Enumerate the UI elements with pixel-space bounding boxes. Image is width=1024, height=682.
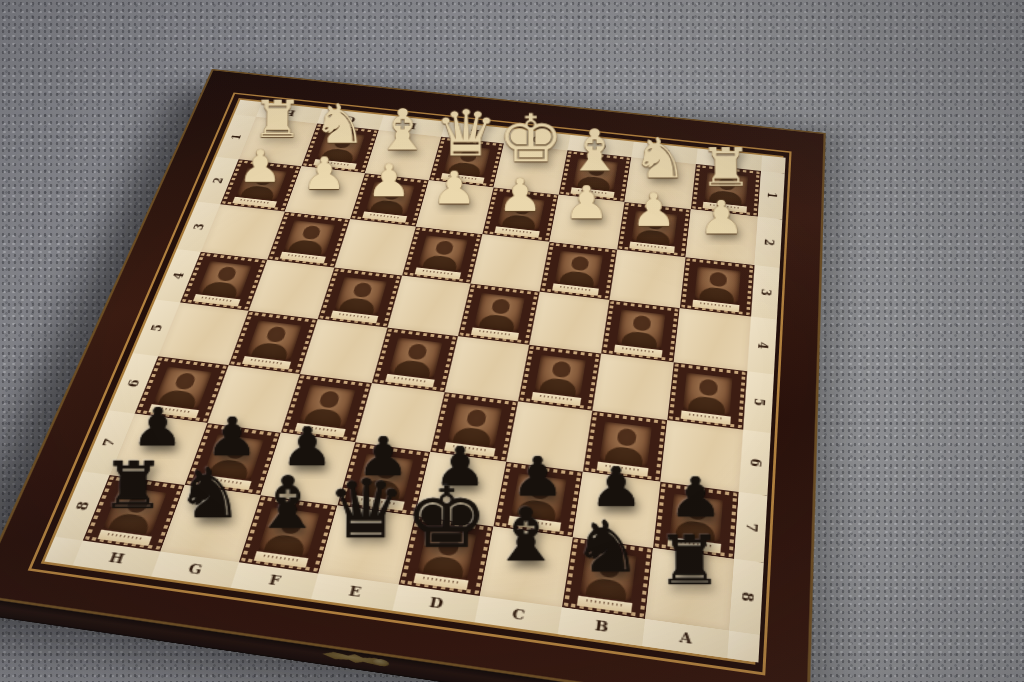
king-portrait-decoration: [497, 196, 545, 230]
near-file-label-b: B: [558, 607, 645, 646]
square-h2[interactable]: ♟: [220, 159, 301, 211]
ornate-border-decoration: [459, 285, 538, 344]
king-portrait-decoration: [197, 261, 251, 298]
square-e8[interactable]: ♛: [318, 506, 415, 585]
king-portrait-decoration: [317, 131, 365, 163]
right-rank-label-1: 1: [758, 171, 785, 219]
king-portrait-decoration: [474, 293, 525, 332]
board-grid: HGFEDCBA1♜♞♝♛♚♝♞♜12♟♟♟♟♟♟♟♟2334455667♟♟♟…: [44, 100, 781, 662]
ornate-border-decoration: [430, 138, 503, 187]
piece-black-bishop-f8[interactable]: ♝: [247, 467, 328, 539]
right-rank-label-7: 7: [734, 492, 767, 563]
ornate-border-decoration: [541, 243, 616, 299]
far-file-label-f: F: [379, 115, 446, 137]
border-corner: [727, 631, 760, 663]
left-rank-label-1: 1: [216, 114, 256, 159]
king-portrait-decoration: [617, 310, 666, 350]
king-portrait-decoration: [236, 167, 287, 200]
far-file-label-e: E: [441, 122, 507, 144]
square-b1[interactable]: ♞: [625, 157, 696, 209]
square-b2[interactable]: ♟: [617, 202, 691, 257]
piece-black-knight-g8[interactable]: ♞: [169, 459, 250, 528]
square-c1[interactable]: ♝: [559, 150, 632, 202]
frame-inner-strip: HGFEDCBA1♜♞♝♛♚♝♞♜12♟♟♟♟♟♟♟♟2334455667♟♟♟…: [31, 94, 789, 672]
piece-white-rook-h1[interactable]: ♜: [245, 94, 310, 145]
king-portrait-decoration: [694, 266, 740, 304]
square-f3[interactable]: [334, 219, 416, 276]
square-g1[interactable]: ♞: [302, 123, 379, 173]
square-g3[interactable]: [267, 212, 350, 268]
square-a3[interactable]: [680, 257, 755, 316]
near-file-label-g: G: [151, 551, 239, 587]
ornate-border-decoration: [319, 269, 401, 327]
square-e3[interactable]: [402, 227, 482, 284]
square-c8[interactable]: ♝: [480, 527, 573, 608]
king-portrait-decoration: [705, 172, 749, 205]
king-portrait-decoration: [284, 220, 336, 256]
king-portrait-decoration: [573, 158, 618, 191]
king-portrait-decoration: [366, 182, 415, 216]
piece-black-pawn-h7[interactable]: ♟: [119, 401, 197, 454]
far-file-label-c: C: [567, 135, 633, 157]
square-b5[interactable]: [592, 354, 673, 421]
king-portrait-decoration: [389, 338, 443, 379]
square-h5[interactable]: [158, 302, 248, 365]
king-portrait-decoration: [683, 373, 733, 416]
square-h1[interactable]: ♜: [239, 117, 318, 166]
piece-black-knight-b8[interactable]: ♞: [566, 512, 649, 583]
near-file-label-h: H: [73, 541, 161, 577]
right-rank-label-4: 4: [747, 317, 777, 375]
piece-black-bishop-c8[interactable]: ♝: [485, 498, 567, 571]
board-frame: HGFEDCBA1♜♞♝♛♚♝♞♜12♟♟♟♟♟♟♟♟2334455667♟♟♟…: [0, 69, 826, 682]
square-d8[interactable]: ♚: [399, 516, 494, 596]
ornate-border-decoration: [560, 151, 630, 201]
piece-black-queen-e8[interactable]: ♛: [325, 468, 406, 549]
ornate-border-decoration: [484, 188, 558, 240]
ornate-border-decoration: [681, 258, 753, 315]
square-g2[interactable]: ♟: [285, 166, 365, 219]
near-file-label-d: D: [392, 585, 479, 623]
piece-black-pawn-a7[interactable]: ♟: [656, 470, 736, 525]
square-h3[interactable]: [201, 204, 285, 259]
square-f1[interactable]: ♝: [365, 130, 441, 180]
far-file-label-g: G: [317, 108, 384, 130]
square-a2[interactable]: ♟: [686, 209, 758, 265]
king-portrait-decoration: [334, 277, 387, 315]
left-rank-label-5: 5: [133, 299, 180, 356]
piece-white-bishop-f1[interactable]: ♝: [370, 102, 435, 158]
ornate-border-decoration: [303, 124, 378, 172]
square-c5[interactable]: [518, 345, 601, 411]
ornate-border-decoration: [182, 253, 266, 310]
square-b8[interactable]: ♞: [562, 537, 653, 619]
ornate-border-decoration: [404, 227, 481, 282]
square-b3[interactable]: [609, 249, 685, 308]
ornate-border-decoration: [230, 312, 316, 373]
square-c3[interactable]: [540, 242, 618, 300]
piece-white-knight-b1[interactable]: ♞: [627, 131, 693, 187]
right-rank-label-5: 5: [743, 371, 774, 433]
right-rank-label-2: 2: [755, 217, 783, 268]
ornate-border-decoration: [269, 213, 349, 267]
king-portrait-decoration: [534, 355, 586, 397]
ornate-border-decoration: [603, 301, 679, 361]
carpet-background: HGFEDCBA1♜♞♝♛♚♝♞♜12♟♟♟♟♟♟♟♟2334455667♟♟♟…: [0, 0, 1024, 682]
gold-pinstripe-outer: HGFEDCBA1♜♞♝♛♚♝♞♜12♟♟♟♟♟♟♟♟2334455667♟♟♟…: [28, 92, 792, 675]
far-file-label-b: B: [631, 142, 697, 165]
border-corner: [761, 155, 786, 173]
square-d1[interactable]: ♚: [494, 143, 568, 194]
square-e5[interactable]: [372, 328, 458, 393]
far-file-label-d: D: [504, 128, 570, 150]
king-portrait-decoration: [418, 235, 468, 271]
left-rank-label-4: 4: [156, 249, 201, 302]
piece-black-king-d8[interactable]: ♚: [405, 476, 487, 560]
square-h4[interactable]: [180, 252, 267, 311]
piece-black-rook-a8[interactable]: ♜: [648, 526, 731, 594]
ornate-border-decoration: [618, 203, 689, 256]
left-rank-label-2: 2: [197, 157, 239, 204]
square-f2[interactable]: ♟: [350, 173, 429, 226]
square-f4[interactable]: [318, 268, 402, 328]
square-e1[interactable]: ♛: [429, 137, 504, 188]
border-corner: [234, 100, 262, 117]
near-file-label-e: E: [311, 573, 399, 610]
square-g4[interactable]: [249, 260, 335, 319]
king-portrait-decoration: [632, 211, 678, 246]
piece-white-king-d1[interactable]: ♚: [498, 106, 563, 172]
brass-clasp-knob-icon: [373, 658, 389, 667]
square-a5[interactable]: [667, 362, 747, 429]
chess-board: HGFEDCBA1♜♞♝♛♚♝♞♜12♟♟♟♟♟♟♟♟2334455667♟♟♟…: [0, 69, 826, 682]
square-d4[interactable]: [458, 284, 540, 345]
square-d5[interactable]: [445, 336, 530, 401]
square-f8[interactable]: ♝: [239, 495, 337, 573]
far-file-label-a: A: [696, 148, 762, 171]
gold-pinstripe-inner: HGFEDCBA1♜♞♝♛♚♝♞♜12♟♟♟♟♟♟♟♟2334455667♟♟♟…: [41, 98, 784, 665]
right-rank-label-8: 8: [729, 559, 764, 635]
square-e2[interactable]: ♟: [416, 180, 494, 234]
square-b4[interactable]: [601, 300, 680, 362]
square-a4[interactable]: [674, 308, 751, 371]
ornate-border-decoration: [692, 165, 760, 216]
near-file-label-a: A: [642, 619, 729, 658]
left-rank-label-3: 3: [177, 202, 220, 252]
square-c4[interactable]: [529, 292, 609, 354]
king-portrait-decoration: [444, 145, 491, 177]
square-d2[interactable]: ♟: [482, 187, 558, 241]
square-d3[interactable]: [471, 234, 550, 292]
ornate-border-decoration: [352, 174, 428, 225]
far-file-label-h: H: [256, 102, 323, 123]
right-rank-label-6: 6: [739, 430, 771, 496]
king-portrait-decoration: [555, 251, 603, 288]
square-a8[interactable]: ♜: [645, 548, 734, 631]
square-e4[interactable]: [387, 276, 470, 337]
ornate-border-decoration: [520, 346, 600, 410]
square-a1[interactable]: ♜: [691, 164, 761, 217]
ornate-border-decoration: [222, 160, 300, 210]
piece-black-rook-h8[interactable]: ♜: [93, 453, 174, 518]
square-c2[interactable]: ♟: [549, 195, 624, 250]
right-rank-label-3: 3: [751, 265, 780, 319]
